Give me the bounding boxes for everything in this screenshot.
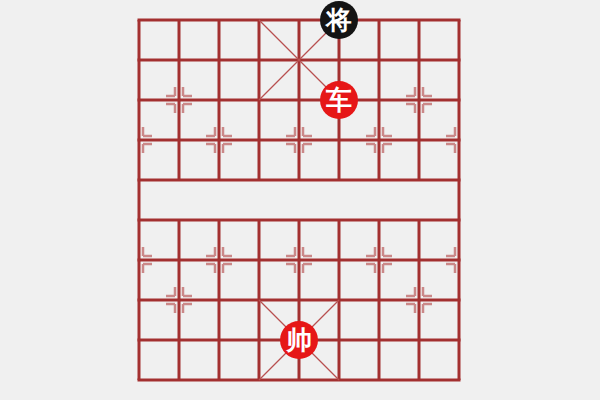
red-general-glyph: 帅 (280, 321, 318, 359)
red-chariot-glyph: 车 (320, 81, 358, 119)
board-grid: 将车帅 (119, 0, 479, 400)
xiangqi-board-diagram: 将车帅 (0, 0, 600, 400)
piece-red-chariot[interactable]: 车 (319, 80, 359, 120)
piece-red-general[interactable]: 帅 (279, 320, 319, 360)
black-general-glyph: 将 (320, 1, 358, 39)
piece-black-general[interactable]: 将 (319, 0, 359, 40)
